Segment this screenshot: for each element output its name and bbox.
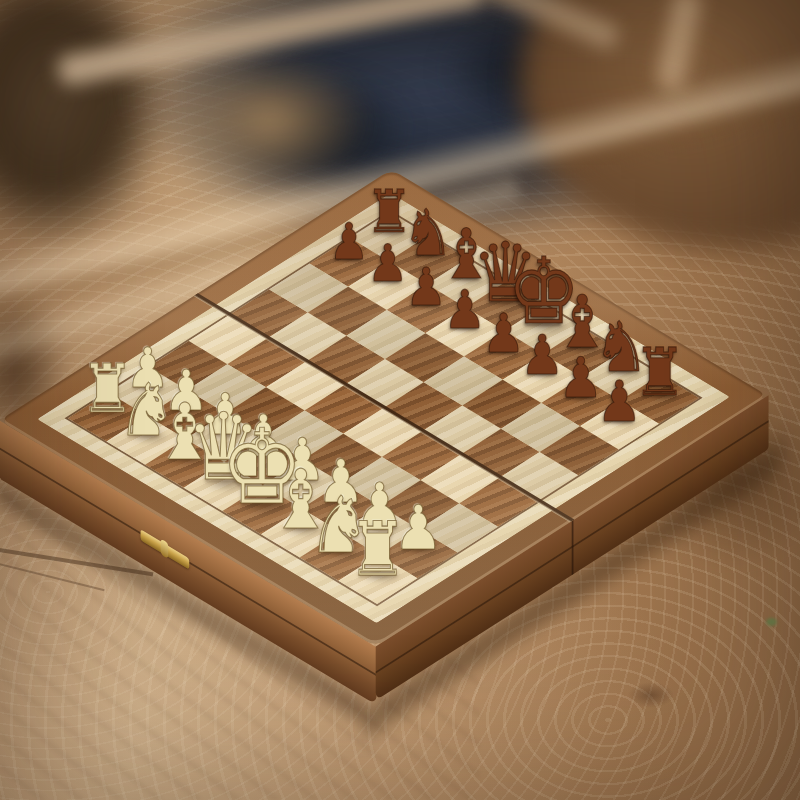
piece-white-rook-h1[interactable]: ♜ xyxy=(345,512,411,586)
photo-scene: ♜♞♝♛♚♝♞♜♟♟♟♟♟♟♟♟♟♟♟♟♟♟♟♟♜♞♝♛♚♝♞♜ xyxy=(0,0,800,800)
piece-layer: ♜♞♝♛♚♝♞♜♟♟♟♟♟♟♟♟♟♟♟♟♟♟♟♟♜♞♝♛♚♝♞♜ xyxy=(0,0,800,800)
piece-black-pawn-h7[interactable]: ♟ xyxy=(594,373,645,430)
